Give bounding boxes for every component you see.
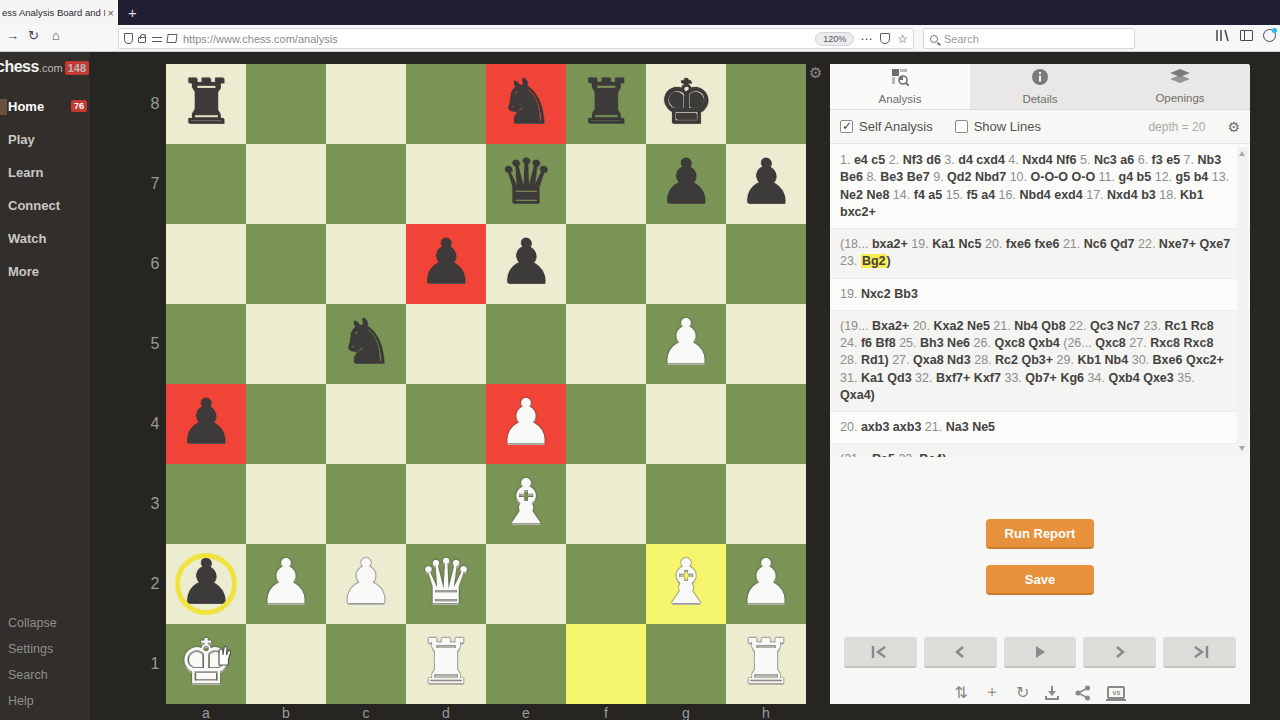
square-c5[interactable]: ♞ (326, 304, 406, 384)
move[interactable]: Be7 (907, 170, 930, 184)
sidebar-item-settings[interactable]: Settings (0, 636, 90, 662)
move[interactable]: Kxa2 (934, 319, 964, 333)
rank-label-7: 7 (146, 144, 164, 224)
sidebar-item-search[interactable]: Search (0, 662, 90, 688)
rank-label-6: 6 (146, 224, 164, 304)
black-knight-e8[interactable]: ♞ (486, 64, 566, 144)
square-a7[interactable] (166, 144, 246, 224)
bookmark-star-icon[interactable]: ☆ (897, 32, 908, 46)
move[interactable]: f6 (861, 336, 872, 350)
move-number: 19. (911, 237, 928, 251)
search-placeholder: Search (944, 33, 979, 45)
move[interactable]: Ka1 (861, 371, 884, 385)
move-list-scrollbar[interactable] (1237, 147, 1248, 455)
move-number: 26. (974, 336, 991, 350)
run-report-button[interactable]: Run Report (986, 519, 1094, 549)
browser-tab[interactable]: ess Analysis Board and PGN × (0, 0, 118, 25)
move-number: 28. (840, 353, 857, 367)
move[interactable]: Bb3 (894, 287, 918, 301)
black-pawn-d6[interactable]: ♟ (406, 224, 486, 304)
selection-ring-a2 (175, 553, 237, 615)
square-e7[interactable]: ♛ (486, 144, 566, 224)
move[interactable]: Nxd4 (1022, 153, 1053, 167)
move[interactable]: O-O (1072, 170, 1096, 184)
browser-tab-strip: ess Analysis Board and PGN × + (0, 0, 1280, 25)
rank-label-8: 8 (146, 64, 164, 144)
square-g7[interactable]: ♟ (646, 144, 726, 224)
move[interactable]: Kxf7 (974, 371, 1001, 385)
move[interactable]: Be3 (880, 170, 903, 184)
board-rank-labels: 87654321 (146, 64, 164, 704)
lock-icon[interactable] (138, 37, 146, 43)
move[interactable]: d4 (958, 153, 973, 167)
square-a4[interactable]: ♟ (166, 384, 246, 464)
move[interactable]: Bg2) (861, 254, 891, 268)
mouse-cursor-hand (212, 643, 234, 667)
square-c8[interactable] (326, 64, 406, 144)
board-tools-row: ⇅ ＋ ↻ vs (830, 682, 1250, 703)
move[interactable]: b5 (1137, 170, 1152, 184)
move[interactable]: Qxe7 (1200, 237, 1231, 251)
square-a8[interactable]: ♜ (166, 64, 246, 144)
square-h4[interactable] (726, 384, 806, 464)
square-a3[interactable] (166, 464, 246, 544)
move[interactable]: Bc4) (919, 452, 946, 457)
move-number: (19... (840, 319, 869, 333)
search-box[interactable]: Search (923, 28, 1135, 49)
account-icon[interactable] (1263, 29, 1276, 42)
openings-icon (1170, 69, 1190, 89)
square-e3[interactable]: ♝ (486, 464, 566, 544)
square-f2[interactable] (566, 544, 646, 624)
white-king-a1[interactable]: ♚ (166, 624, 246, 704)
square-e8[interactable]: ♞ (486, 64, 566, 144)
previous-move-button[interactable] (924, 637, 997, 668)
square-c2[interactable]: ♟ (326, 544, 406, 624)
black-knight-c5[interactable]: ♞ (326, 304, 406, 384)
move[interactable]: Ne5 (967, 319, 990, 333)
square-g8[interactable]: ♚ (646, 64, 726, 144)
analysis-options-row: Self Analysis Show Lines depth = 20 ⚙ (830, 110, 1250, 144)
move[interactable]: Rc1 (1164, 319, 1187, 333)
move[interactable]: Nxd4 (1107, 188, 1138, 202)
move[interactable]: e4 (854, 153, 868, 167)
url-text: https://www.chess.com/analysis (183, 33, 815, 45)
move-number: 20. (840, 420, 857, 434)
square-d7[interactable] (406, 144, 486, 224)
move-number: 6. (1138, 153, 1148, 167)
move[interactable]: bxa2+ (872, 237, 908, 251)
square-d2[interactable]: ♛ (406, 544, 486, 624)
move[interactable]: b3 (1141, 188, 1156, 202)
move[interactable]: Rxc8 (1150, 336, 1180, 350)
white-pawn-b2[interactable]: ♟ (246, 544, 326, 624)
move-number: 21. (993, 319, 1010, 333)
move-number: 19. (840, 287, 857, 301)
show-lines-label: Show Lines (974, 119, 1041, 134)
first-move-button[interactable] (844, 637, 917, 668)
share-icon[interactable] (1075, 685, 1091, 701)
move[interactable]: bxc2+ (840, 205, 876, 219)
white-pawn-c2[interactable]: ♟ (326, 544, 406, 624)
square-d3[interactable] (406, 464, 486, 544)
save-button[interactable]: Save (986, 565, 1094, 595)
move[interactable]: Kb1 (1180, 188, 1204, 202)
square-b1[interactable] (246, 624, 326, 704)
move[interactable]: Kb1 (1077, 353, 1101, 367)
show-lines-checkbox[interactable]: Show Lines (955, 119, 1041, 134)
move[interactable]: Nb4 (1105, 353, 1129, 367)
square-h8[interactable] (726, 64, 806, 144)
move[interactable]: f3 (1152, 153, 1163, 167)
move[interactable]: d6 (926, 153, 941, 167)
black-pawn-e6[interactable]: ♟ (486, 224, 566, 304)
url-bar[interactable]: https://www.chess.com/analysis 120% ⋯ ☆ (118, 28, 914, 49)
reset-icon[interactable]: ↻ (1016, 683, 1029, 702)
square-d4[interactable] (406, 384, 486, 464)
move[interactable]: axb3 (861, 420, 890, 434)
flip-board-icon[interactable]: ⇅ (955, 683, 968, 702)
page-action-icon[interactable] (166, 34, 177, 43)
move-navigation (844, 637, 1236, 668)
tab-analysis[interactable]: Analysis (830, 64, 970, 109)
play-vs-computer-icon[interactable]: vs (1107, 686, 1125, 699)
board-file-labels: abcdefgh (166, 705, 806, 719)
tab-label: Analysis (879, 93, 922, 105)
tab-close-icon[interactable]: × (108, 7, 114, 19)
analysis-settings-gear-icon[interactable]: ⚙ (1227, 119, 1240, 135)
move[interactable]: O-O-O (1031, 170, 1069, 184)
tab-label: Openings (1155, 92, 1204, 104)
square-a6[interactable] (166, 224, 246, 304)
move[interactable]: Nc5 (959, 237, 982, 251)
square-a1[interactable]: ♚ (166, 624, 246, 704)
checkbox-checked-icon[interactable] (840, 120, 853, 133)
move[interactable]: Nxc2 (861, 287, 891, 301)
square-f1[interactable] (566, 624, 646, 704)
square-h2[interactable]: ♟ (726, 544, 806, 624)
current-move-highlight[interactable]: Bg2 (861, 254, 887, 268)
sidebar-badge: 76 (71, 100, 87, 112)
move[interactable]: Qd7 (1110, 237, 1134, 251)
move[interactable]: Bxe6 (1153, 353, 1183, 367)
board-settings-gear-icon[interactable]: ⚙ (809, 64, 822, 82)
sidebar-item-play[interactable]: Play (0, 123, 90, 156)
square-f3[interactable] (566, 464, 646, 544)
square-c1[interactable] (326, 624, 406, 704)
move[interactable]: Qxe3 (1143, 371, 1174, 385)
pocket-icon[interactable] (880, 33, 890, 44)
page-actions-menu-icon[interactable]: ⋯ (860, 32, 873, 46)
move[interactable]: Ra5 (872, 452, 895, 457)
file-label-g: g (646, 705, 726, 719)
move[interactable]: Bh3 (920, 336, 944, 350)
square-c3[interactable] (326, 464, 406, 544)
square-g4[interactable] (646, 384, 726, 464)
square-b2[interactable]: ♟ (246, 544, 326, 624)
move-number: 21. (925, 420, 942, 434)
square-c4[interactable] (326, 384, 406, 464)
move-number: 3. (944, 153, 954, 167)
move[interactable]: axb3 (893, 420, 922, 434)
checkbox-unchecked-icon[interactable] (955, 120, 968, 133)
move[interactable]: Qxb4 (1028, 336, 1059, 350)
square-e4[interactable]: ♟ (486, 384, 566, 464)
move[interactable]: Rxc8 (1184, 336, 1214, 350)
sidebar-item-connect[interactable]: Connect (0, 189, 90, 222)
square-c7[interactable] (326, 144, 406, 224)
move[interactable]: b4 (1194, 170, 1209, 184)
file-label-a: a (166, 705, 246, 719)
square-e1[interactable] (486, 624, 566, 704)
move[interactable]: Qb8 (1041, 319, 1065, 333)
white-queen-d2[interactable]: ♛ (406, 544, 486, 624)
move[interactable]: g4 (1119, 170, 1134, 184)
white-pawn-g5[interactable]: ♟ (646, 304, 726, 384)
move-number: 2. (889, 153, 899, 167)
square-h3[interactable] (726, 464, 806, 544)
square-a2[interactable]: ♟ (166, 544, 246, 624)
permissions-icon[interactable] (152, 35, 162, 43)
square-e5[interactable] (486, 304, 566, 384)
move-list: 1. e4 c5 2. Nf3 d6 3. d4 cxd4 4. Nxd4 Nf… (830, 145, 1250, 457)
analysis-panel: AnalysisDetailsOpenings Self Analysis Sh… (830, 64, 1250, 704)
home-icon[interactable]: ⌂ (52, 28, 60, 43)
library-icon[interactable] (1215, 29, 1230, 42)
page-background: chess.com148 Home76PlayLearnConnectWatch… (0, 52, 1280, 720)
move[interactable]: cxd4 (976, 153, 1005, 167)
scroll-up-icon[interactable] (1239, 151, 1245, 156)
square-h1[interactable]: ♜ (726, 624, 806, 704)
square-c6[interactable] (326, 224, 406, 304)
black-rook-a8[interactable]: ♜ (166, 64, 246, 144)
play-button[interactable] (1004, 637, 1077, 668)
move-number: 20. (985, 237, 1002, 251)
move[interactable]: Nb3 (1198, 153, 1222, 167)
move[interactable]: Nxe7+ (1159, 237, 1196, 251)
black-pawn-a4[interactable]: ♟ (166, 384, 246, 464)
move[interactable]: Qxa8 (913, 353, 944, 367)
square-h5[interactable] (726, 304, 806, 384)
move[interactable]: Bxa2+ (872, 319, 909, 333)
move[interactable]: c5 (871, 153, 885, 167)
square-b8[interactable] (246, 64, 326, 144)
move-number: 20. (913, 319, 930, 333)
square-g5[interactable]: ♟ (646, 304, 726, 384)
square-d8[interactable] (406, 64, 486, 144)
move[interactable]: Rd1) (861, 353, 889, 367)
square-b3[interactable] (246, 464, 326, 544)
black-pawn-h7[interactable]: ♟ (726, 144, 806, 224)
next-move-button[interactable] (1083, 637, 1156, 668)
move-number: 4. (1008, 153, 1018, 167)
square-g6[interactable] (646, 224, 726, 304)
square-e2[interactable] (486, 544, 566, 624)
move-number: 30. (1132, 353, 1149, 367)
move[interactable]: a6 (1120, 153, 1134, 167)
move[interactable]: Ka1 (932, 237, 955, 251)
white-bishop-g2[interactable]: ♝ (646, 544, 726, 624)
move[interactable]: Nb4 (1014, 319, 1038, 333)
square-f8[interactable]: ♜ (566, 64, 646, 144)
square-g3[interactable] (646, 464, 726, 544)
square-d1[interactable]: ♜ (406, 624, 486, 704)
move[interactable]: f5 (967, 188, 978, 202)
move[interactable]: Bf8 (875, 336, 895, 350)
square-g1[interactable] (646, 624, 726, 704)
forward-icon[interactable]: → (6, 28, 19, 43)
move[interactable]: a5 (928, 188, 942, 202)
file-label-b: b (246, 705, 326, 719)
move-number: 16. (999, 188, 1016, 202)
move[interactable]: Ne2 (840, 188, 863, 202)
move[interactable]: e5 (1166, 153, 1180, 167)
move[interactable]: Nf6 (1056, 153, 1076, 167)
rank-label-3: 3 (146, 464, 164, 544)
sidebar-item-more[interactable]: More (0, 255, 90, 288)
logo-tld: .com (39, 62, 63, 74)
move[interactable]: Rc2 (995, 353, 1018, 367)
move-number: 35. (1177, 371, 1194, 385)
move[interactable]: g5 (1176, 170, 1191, 184)
move[interactable]: Rc8 (1191, 319, 1214, 333)
mainline-moves: 20. axb3 axb3 21. Na3 Ne5 (830, 412, 1250, 444)
move-number: 8. (866, 170, 876, 184)
sidebar-item-home[interactable]: Home76 (0, 90, 90, 123)
details-icon (1031, 68, 1049, 90)
move[interactable]: Bxf7+ (936, 371, 970, 385)
move[interactable]: exd4 (1054, 188, 1083, 202)
move[interactable]: Qc3 (1090, 319, 1114, 333)
white-pawn-h2[interactable]: ♟ (726, 544, 806, 624)
new-tab-button[interactable]: + (128, 2, 137, 23)
square-b7[interactable] (246, 144, 326, 224)
sidebar-item-collapse[interactable]: Collapse (0, 610, 90, 636)
move[interactable]: Kg6 (1060, 371, 1084, 385)
black-rook-f8[interactable]: ♜ (566, 64, 646, 144)
move[interactable]: Nf3 (903, 153, 923, 167)
sidebar-item-watch[interactable]: Watch (0, 222, 90, 255)
move[interactable]: Ne6 (947, 336, 970, 350)
variation-moves: (19... Bxa2+ 20. Kxa2 Ne5 21. Nb4 Qb8 22… (830, 311, 1250, 412)
square-b6[interactable] (246, 224, 326, 304)
white-pawn-e4[interactable]: ♟ (486, 384, 566, 464)
download-icon[interactable] (1045, 686, 1059, 700)
white-rook-d1[interactable]: ♜ (406, 624, 486, 704)
move[interactable]: Qb3+ (1022, 353, 1054, 367)
square-f6[interactable] (566, 224, 646, 304)
variation-moves: (18... bxa2+ 19. Ka1 Nc5 20. fxe6 fxe6 2… (830, 229, 1250, 279)
move[interactable]: fxe6 (1006, 237, 1031, 251)
move[interactable]: Na3 (946, 420, 969, 434)
square-f7[interactable] (566, 144, 646, 224)
move-number: 11. (1099, 170, 1115, 184)
tab-openings[interactable]: Openings (1110, 64, 1250, 109)
search-icon (930, 35, 938, 43)
square-d6[interactable]: ♟ (406, 224, 486, 304)
add-icon[interactable]: ＋ (984, 682, 1000, 703)
tab-details[interactable]: Details (970, 64, 1110, 109)
square-b4[interactable] (246, 384, 326, 464)
square-d5[interactable] (406, 304, 486, 384)
mainline-moves: 1. e4 c5 2. Nf3 d6 3. d4 cxd4 4. Nxd4 Nf… (830, 145, 1250, 229)
chess-board[interactable]: ♜♞♜♚♛♟♟♟♟♞♟♟♟♝♟♟♟♛♝♟♚♜♜ (166, 64, 806, 704)
square-a5[interactable] (166, 304, 246, 384)
move-number: 22. (1138, 237, 1155, 251)
move-number: 15. (946, 188, 963, 202)
move[interactable]: Qd3 (887, 371, 911, 385)
square-h7[interactable]: ♟ (726, 144, 806, 224)
sidebar-item-help[interactable]: Help (0, 688, 90, 714)
move[interactable]: Qxc8 (994, 336, 1025, 350)
move-number: 29. (1057, 353, 1074, 367)
black-queen-e7[interactable]: ♛ (486, 144, 566, 224)
move-number: 7. (1184, 153, 1194, 167)
move[interactable]: Ne5 (972, 420, 995, 434)
move-number: 22. (898, 452, 915, 457)
black-king-g8[interactable]: ♚ (646, 64, 726, 144)
move-number: 28. (974, 353, 991, 367)
last-move-button[interactable] (1163, 637, 1236, 668)
square-b5[interactable] (246, 304, 326, 384)
move-number: 5. (1080, 153, 1090, 167)
move-number: 25. (899, 336, 916, 350)
move[interactable]: Ne8 (866, 188, 889, 202)
square-g2[interactable]: ♝ (646, 544, 726, 624)
move-number: 23. (1144, 319, 1161, 333)
white-rook-h1[interactable]: ♜ (726, 624, 806, 704)
square-f5[interactable] (566, 304, 646, 384)
sidebar-item-learn[interactable]: Learn (0, 156, 90, 189)
rank-label-4: 4 (146, 384, 164, 464)
self-analysis-checkbox[interactable]: Self Analysis (840, 119, 933, 134)
tracking-shield-icon[interactable] (124, 33, 133, 44)
zoom-level-badge[interactable]: 120% (815, 32, 854, 46)
square-h6[interactable] (726, 224, 806, 304)
move[interactable]: Be6 (840, 170, 863, 184)
file-label-e: e (486, 705, 566, 719)
move[interactable]: Nc3 (1094, 153, 1117, 167)
reload-icon[interactable]: ↻ (28, 28, 39, 43)
move[interactable]: a4 (981, 188, 995, 202)
move[interactable]: Qxc2+ (1186, 353, 1224, 367)
move[interactable]: fxe6 (1034, 237, 1059, 251)
chesscom-logo[interactable]: chess.com148 (0, 58, 89, 76)
move-number: 32. (915, 371, 932, 385)
move[interactable]: Qxc8 (1095, 336, 1126, 350)
sidebars-icon[interactable] (1240, 30, 1253, 41)
move[interactable]: f4 (914, 188, 925, 202)
move[interactable]: Qd2 (947, 170, 971, 184)
move[interactable]: Nc7 (1117, 319, 1140, 333)
move-number: 10. (1010, 170, 1027, 184)
file-label-f: f (566, 705, 646, 719)
move[interactable]: Nbd7 (975, 170, 1006, 184)
move-number: (26... (1063, 336, 1092, 350)
move[interactable]: Nbd4 (1019, 188, 1050, 202)
square-f4[interactable] (566, 384, 646, 464)
tab-title: ess Analysis Board and PGN (2, 7, 105, 18)
move[interactable]: Qxb4 (1108, 371, 1139, 385)
square-e6[interactable]: ♟ (486, 224, 566, 304)
white-bishop-e3[interactable]: ♝ (486, 464, 566, 544)
move[interactable]: Nd3 (947, 353, 971, 367)
move[interactable]: Nc6 (1084, 237, 1107, 251)
move[interactable]: Qxa4) (840, 388, 875, 402)
move[interactable]: Qb7+ (1025, 371, 1057, 385)
black-pawn-g7[interactable]: ♟ (646, 144, 726, 224)
scroll-down-icon[interactable] (1239, 446, 1245, 451)
